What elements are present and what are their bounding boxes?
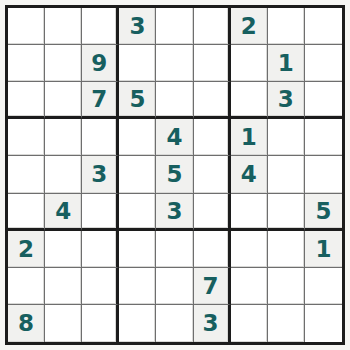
cell-r3c1[interactable] xyxy=(8,82,45,119)
cell-r2c7[interactable] xyxy=(231,45,268,82)
cell-r6c4[interactable] xyxy=(119,194,156,231)
cell-r7c4[interactable] xyxy=(119,231,156,268)
cell-r3c2[interactable] xyxy=(45,82,82,119)
cell-r9c9[interactable] xyxy=(305,305,342,342)
cell-r7c8[interactable] xyxy=(268,231,305,268)
cell-r5c4[interactable] xyxy=(119,156,156,193)
cell-r8c3[interactable] xyxy=(82,268,119,305)
cell-r2c1[interactable] xyxy=(8,45,45,82)
cell-r8c2[interactable] xyxy=(45,268,82,305)
cell-r3c6[interactable] xyxy=(194,82,231,119)
cell-r9c8[interactable] xyxy=(268,305,305,342)
cell-r5c5[interactable]: 5 xyxy=(156,156,193,193)
cell-r4c5[interactable]: 4 xyxy=(156,119,193,156)
cell-r8c6[interactable]: 7 xyxy=(194,268,231,305)
cell-r4c1[interactable] xyxy=(8,119,45,156)
cell-r1c8[interactable] xyxy=(268,8,305,45)
cell-r9c6[interactable]: 3 xyxy=(194,305,231,342)
cell-r5c3[interactable]: 3 xyxy=(82,156,119,193)
cell-r1c3[interactable] xyxy=(82,8,119,45)
cell-r8c8[interactable] xyxy=(268,268,305,305)
cell-r1c7[interactable]: 2 xyxy=(231,8,268,45)
cell-r6c5[interactable]: 3 xyxy=(156,194,193,231)
cell-r9c4[interactable] xyxy=(119,305,156,342)
cell-r2c6[interactable] xyxy=(194,45,231,82)
cell-r8c9[interactable] xyxy=(305,268,342,305)
cell-r1c6[interactable] xyxy=(194,8,231,45)
cell-r7c3[interactable] xyxy=(82,231,119,268)
cell-r9c2[interactable] xyxy=(45,305,82,342)
cell-r1c2[interactable] xyxy=(45,8,82,45)
cell-r3c4[interactable]: 5 xyxy=(119,82,156,119)
cell-r5c7[interactable]: 4 xyxy=(231,156,268,193)
cell-r3c5[interactable] xyxy=(156,82,193,119)
cell-r3c8[interactable]: 3 xyxy=(268,82,305,119)
cell-r6c3[interactable] xyxy=(82,194,119,231)
cell-r9c7[interactable] xyxy=(231,305,268,342)
cell-r8c1[interactable] xyxy=(8,268,45,305)
cell-r1c9[interactable] xyxy=(305,8,342,45)
cell-r9c1[interactable]: 8 xyxy=(8,305,45,342)
cell-r7c9[interactable]: 1 xyxy=(305,231,342,268)
sudoku-board: 32917534135443521783 xyxy=(5,5,345,345)
cell-r2c2[interactable] xyxy=(45,45,82,82)
cell-r6c6[interactable] xyxy=(194,194,231,231)
cell-r4c3[interactable] xyxy=(82,119,119,156)
cell-r4c8[interactable] xyxy=(268,119,305,156)
cell-r4c4[interactable] xyxy=(119,119,156,156)
cell-r4c9[interactable] xyxy=(305,119,342,156)
cell-r2c5[interactable] xyxy=(156,45,193,82)
cell-r2c4[interactable] xyxy=(119,45,156,82)
cell-r4c2[interactable] xyxy=(45,119,82,156)
cell-r1c1[interactable] xyxy=(8,8,45,45)
cell-r5c2[interactable] xyxy=(45,156,82,193)
cell-r6c9[interactable]: 5 xyxy=(305,194,342,231)
cell-r7c2[interactable] xyxy=(45,231,82,268)
cell-r6c8[interactable] xyxy=(268,194,305,231)
cell-r1c5[interactable] xyxy=(156,8,193,45)
cell-r7c1[interactable]: 2 xyxy=(8,231,45,268)
cell-r6c2[interactable]: 4 xyxy=(45,194,82,231)
sudoku-page: 32917534135443521783 xyxy=(0,0,350,350)
cell-r9c3[interactable] xyxy=(82,305,119,342)
cell-r9c5[interactable] xyxy=(156,305,193,342)
cell-r2c8[interactable]: 1 xyxy=(268,45,305,82)
cell-r4c6[interactable] xyxy=(194,119,231,156)
cell-r5c8[interactable] xyxy=(268,156,305,193)
cell-r5c1[interactable] xyxy=(8,156,45,193)
cell-r3c7[interactable] xyxy=(231,82,268,119)
cell-r6c7[interactable] xyxy=(231,194,268,231)
cell-r4c7[interactable]: 1 xyxy=(231,119,268,156)
cell-r5c6[interactable] xyxy=(194,156,231,193)
cell-r7c5[interactable] xyxy=(156,231,193,268)
cell-r2c3[interactable]: 9 xyxy=(82,45,119,82)
cell-r8c7[interactable] xyxy=(231,268,268,305)
cell-r3c9[interactable] xyxy=(305,82,342,119)
cell-r5c9[interactable] xyxy=(305,156,342,193)
cell-r8c4[interactable] xyxy=(119,268,156,305)
cell-r8c5[interactable] xyxy=(156,268,193,305)
cell-r7c6[interactable] xyxy=(194,231,231,268)
cell-r7c7[interactable] xyxy=(231,231,268,268)
cell-r6c1[interactable] xyxy=(8,194,45,231)
cell-r1c4[interactable]: 3 xyxy=(119,8,156,45)
cell-r3c3[interactable]: 7 xyxy=(82,82,119,119)
cell-r2c9[interactable] xyxy=(305,45,342,82)
